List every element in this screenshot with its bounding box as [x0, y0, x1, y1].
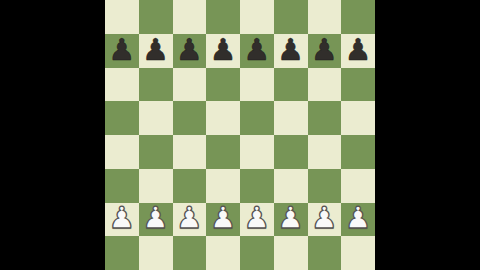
square-c6[interactable] [173, 68, 207, 102]
white-pawn[interactable]: ♟ [108, 203, 135, 233]
black-pawn[interactable]: ♟ [108, 35, 135, 65]
white-pawn[interactable]: ♟ [142, 203, 169, 233]
square-d8[interactable] [206, 0, 240, 34]
square-f8[interactable] [274, 0, 308, 34]
square-g2[interactable]: ♟ [308, 203, 342, 237]
square-a6[interactable] [105, 68, 139, 102]
square-b3[interactable] [139, 169, 173, 203]
black-pawn[interactable]: ♟ [277, 35, 304, 65]
chess-board: ♟♟♟♟♟♟♟♟♟♟♟♟♟♟♟♟ [105, 0, 375, 270]
square-g1[interactable] [308, 236, 342, 270]
square-b6[interactable] [139, 68, 173, 102]
white-pawn[interactable]: ♟ [243, 203, 270, 233]
square-g4[interactable] [308, 135, 342, 169]
square-c5[interactable] [173, 101, 207, 135]
square-e4[interactable] [240, 135, 274, 169]
square-b4[interactable] [139, 135, 173, 169]
square-e6[interactable] [240, 68, 274, 102]
square-h4[interactable] [341, 135, 375, 169]
white-pawn[interactable]: ♟ [277, 203, 304, 233]
square-b8[interactable] [139, 0, 173, 34]
square-d1[interactable] [206, 236, 240, 270]
square-f7[interactable]: ♟ [274, 34, 308, 68]
app-background: ♟♟♟♟♟♟♟♟♟♟♟♟♟♟♟♟ [0, 0, 480, 270]
square-h1[interactable] [341, 236, 375, 270]
square-g3[interactable] [308, 169, 342, 203]
square-h6[interactable] [341, 68, 375, 102]
square-d6[interactable] [206, 68, 240, 102]
square-e8[interactable] [240, 0, 274, 34]
square-b2[interactable]: ♟ [139, 203, 173, 237]
square-c1[interactable] [173, 236, 207, 270]
square-g7[interactable]: ♟ [308, 34, 342, 68]
square-e2[interactable]: ♟ [240, 203, 274, 237]
square-h7[interactable]: ♟ [341, 34, 375, 68]
square-a7[interactable]: ♟ [105, 34, 139, 68]
square-a1[interactable] [105, 236, 139, 270]
square-a3[interactable] [105, 169, 139, 203]
square-d5[interactable] [206, 101, 240, 135]
square-c7[interactable]: ♟ [173, 34, 207, 68]
square-b5[interactable] [139, 101, 173, 135]
square-h2[interactable]: ♟ [341, 203, 375, 237]
square-d2[interactable]: ♟ [206, 203, 240, 237]
square-c4[interactable] [173, 135, 207, 169]
square-d4[interactable] [206, 135, 240, 169]
square-c2[interactable]: ♟ [173, 203, 207, 237]
square-e5[interactable] [240, 101, 274, 135]
square-e3[interactable] [240, 169, 274, 203]
square-a5[interactable] [105, 101, 139, 135]
square-a8[interactable] [105, 0, 139, 34]
square-c8[interactable] [173, 0, 207, 34]
square-h3[interactable] [341, 169, 375, 203]
square-c3[interactable] [173, 169, 207, 203]
square-f5[interactable] [274, 101, 308, 135]
black-pawn[interactable]: ♟ [142, 35, 169, 65]
square-d7[interactable]: ♟ [206, 34, 240, 68]
white-pawn[interactable]: ♟ [311, 203, 338, 233]
white-pawn[interactable]: ♟ [345, 203, 372, 233]
square-a2[interactable]: ♟ [105, 203, 139, 237]
square-a4[interactable] [105, 135, 139, 169]
square-g6[interactable] [308, 68, 342, 102]
square-b1[interactable] [139, 236, 173, 270]
square-f1[interactable] [274, 236, 308, 270]
square-f2[interactable]: ♟ [274, 203, 308, 237]
black-pawn[interactable]: ♟ [243, 35, 270, 65]
square-e7[interactable]: ♟ [240, 34, 274, 68]
white-pawn[interactable]: ♟ [176, 203, 203, 233]
square-g8[interactable] [308, 0, 342, 34]
square-g5[interactable] [308, 101, 342, 135]
square-h5[interactable] [341, 101, 375, 135]
square-f3[interactable] [274, 169, 308, 203]
black-pawn[interactable]: ♟ [345, 35, 372, 65]
white-pawn[interactable]: ♟ [210, 203, 237, 233]
black-pawn[interactable]: ♟ [210, 35, 237, 65]
square-f4[interactable] [274, 135, 308, 169]
black-pawn[interactable]: ♟ [176, 35, 203, 65]
square-d3[interactable] [206, 169, 240, 203]
square-e1[interactable] [240, 236, 274, 270]
square-h8[interactable] [341, 0, 375, 34]
black-pawn[interactable]: ♟ [311, 35, 338, 65]
square-b7[interactable]: ♟ [139, 34, 173, 68]
square-f6[interactable] [274, 68, 308, 102]
